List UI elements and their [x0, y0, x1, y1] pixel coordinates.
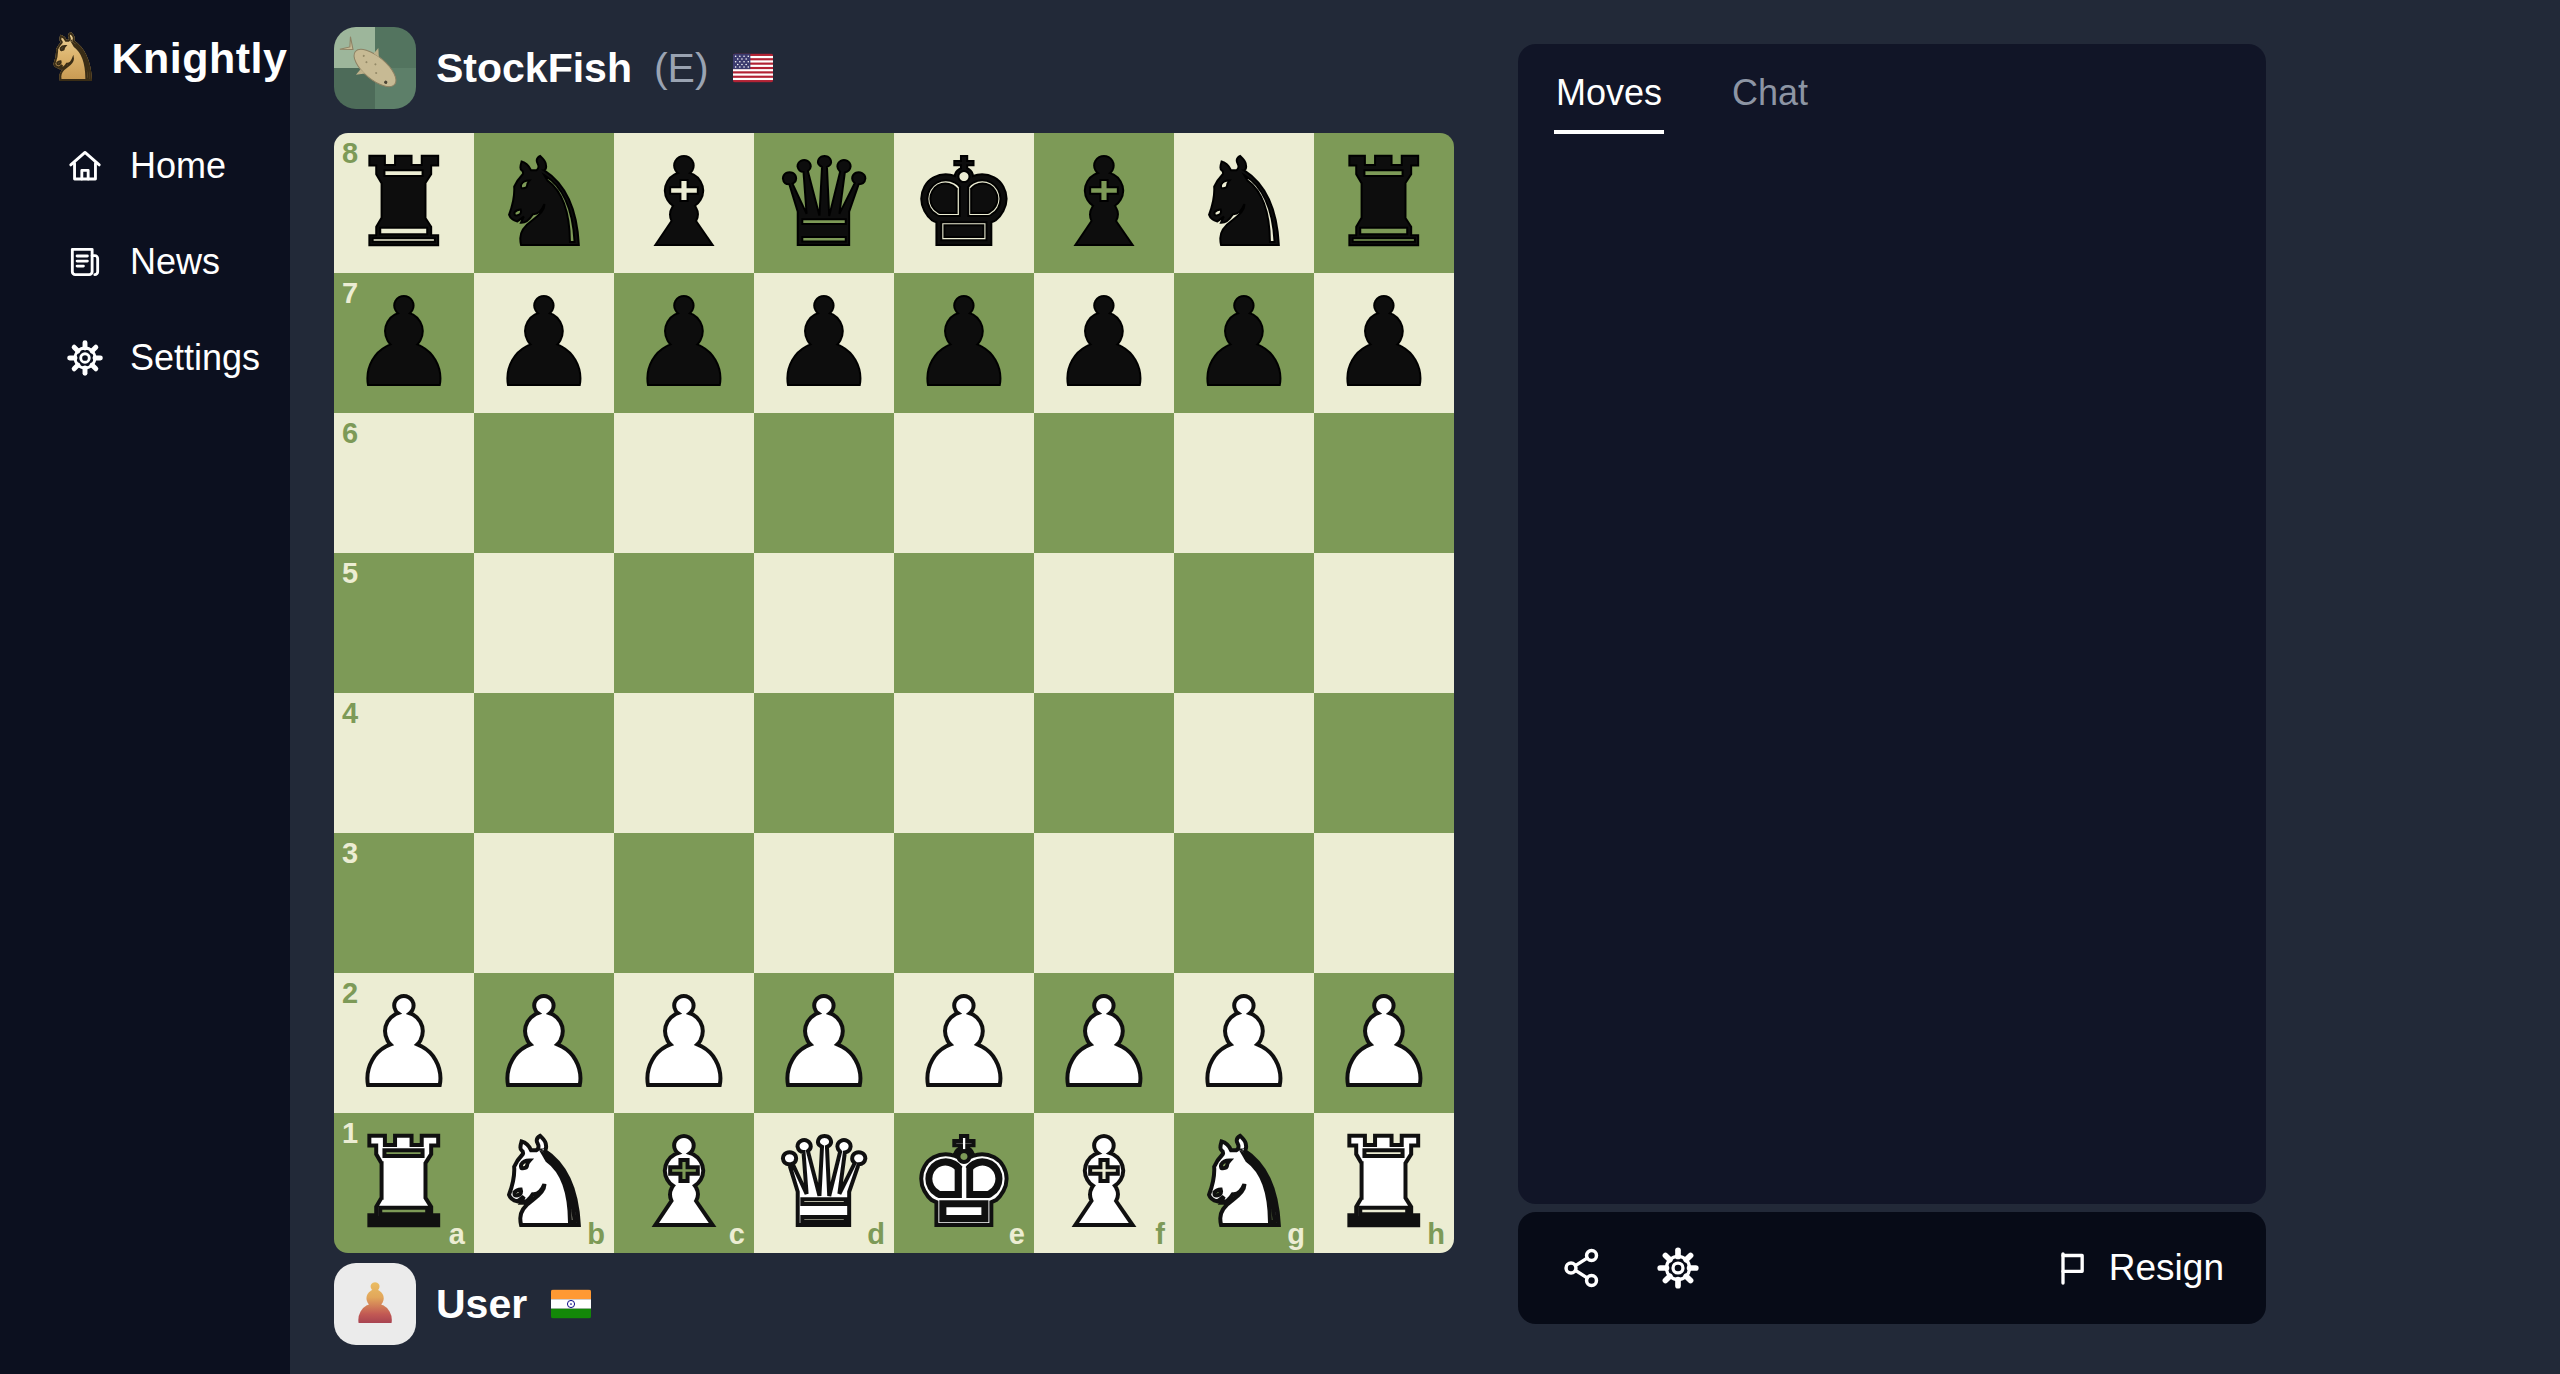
knight-icon: ♞︎ — [44, 26, 101, 90]
square-c5[interactable] — [614, 553, 754, 693]
india-flag-icon — [551, 1289, 591, 1319]
chess-board[interactable]: 8♜︎♞︎♝︎♛︎♚︎♝︎♞︎♜︎7♟︎♟︎♟︎♟︎♟︎♟︎♟︎♟︎65432♟… — [334, 133, 1454, 1253]
square-d8[interactable]: ♛︎ — [754, 133, 894, 273]
square-f8[interactable]: ♝︎ — [1034, 133, 1174, 273]
file-label: a — [449, 1218, 465, 1251]
black-pawn[interactable]: ♟︎ — [769, 273, 878, 413]
sidebar-item-news[interactable]: News — [0, 226, 290, 298]
sidebar-item-label: Home — [130, 145, 226, 187]
tab-chat[interactable]: Chat — [1730, 72, 1810, 134]
square-d4[interactable] — [754, 693, 894, 833]
square-e2[interactable]: ♟︎ — [894, 973, 1034, 1113]
sidebar-item-settings[interactable]: Settings — [0, 322, 290, 394]
black-pawn[interactable]: ♟︎ — [1329, 273, 1438, 413]
white-pawn[interactable]: ♟︎ — [349, 973, 458, 1113]
square-c1[interactable]: c♝︎ — [614, 1113, 754, 1253]
square-h2[interactable]: ♟︎ — [1314, 973, 1454, 1113]
sidebar-item-label: Settings — [130, 337, 260, 379]
square-a5[interactable]: 5 — [334, 553, 474, 693]
user-name: User — [436, 1281, 527, 1328]
square-h7[interactable]: ♟︎ — [1314, 273, 1454, 413]
rank-label: 4 — [342, 697, 358, 730]
square-b6[interactable] — [474, 413, 614, 553]
square-g2[interactable]: ♟︎ — [1174, 973, 1314, 1113]
square-b8[interactable]: ♞︎ — [474, 133, 614, 273]
flag-icon — [2053, 1248, 2093, 1288]
white-pawn[interactable]: ♟︎ — [1049, 973, 1158, 1113]
square-h4[interactable] — [1314, 693, 1454, 833]
app-logo: ♞︎ Knightly — [0, 0, 290, 90]
square-c2[interactable]: ♟︎ — [614, 973, 754, 1113]
white-bishop[interactable]: ♝︎ — [1049, 1113, 1158, 1253]
rank-label: 3 — [342, 837, 358, 870]
white-king[interactable]: ♚︎ — [909, 1113, 1018, 1253]
square-a2[interactable]: 2♟︎ — [334, 973, 474, 1113]
opponent-engine-tag: (E) — [654, 45, 709, 92]
white-pawn[interactable]: ♟︎ — [1329, 973, 1438, 1113]
square-d5[interactable] — [754, 553, 894, 693]
square-h3[interactable] — [1314, 833, 1454, 973]
square-e8[interactable]: ♚︎ — [894, 133, 1034, 273]
opponent-name: StockFish — [436, 45, 632, 92]
square-f5[interactable] — [1034, 553, 1174, 693]
gear-icon — [1656, 1246, 1700, 1290]
black-bishop[interactable]: ♝︎ — [1049, 133, 1158, 273]
news-icon — [66, 243, 104, 281]
rank-label: 1 — [342, 1117, 358, 1150]
tab-moves[interactable]: Moves — [1554, 72, 1664, 134]
square-a3[interactable]: 3 — [334, 833, 474, 973]
square-f2[interactable]: ♟︎ — [1034, 973, 1174, 1113]
file-label: f — [1155, 1218, 1165, 1251]
black-pawn[interactable]: ♟︎ — [1189, 273, 1298, 413]
opponent-avatar — [334, 27, 416, 109]
white-pawn[interactable]: ♟︎ — [1189, 973, 1298, 1113]
black-queen[interactable]: ♛︎ — [769, 133, 878, 273]
square-e3[interactable] — [894, 833, 1034, 973]
square-a8[interactable]: 8♜︎ — [334, 133, 474, 273]
rank-label: 2 — [342, 977, 358, 1010]
rank-label: 6 — [342, 417, 358, 450]
square-f7[interactable]: ♟︎ — [1034, 273, 1174, 413]
square-b4[interactable] — [474, 693, 614, 833]
square-a6[interactable]: 6 — [334, 413, 474, 553]
square-b2[interactable]: ♟︎ — [474, 973, 614, 1113]
resign-label: Resign — [2109, 1247, 2224, 1289]
square-c6[interactable] — [614, 413, 754, 553]
app-title: Knightly — [111, 34, 287, 83]
square-h6[interactable] — [1314, 413, 1454, 553]
rank-label: 5 — [342, 557, 358, 590]
square-a7[interactable]: 7♟︎ — [334, 273, 474, 413]
pawn-avatar: ♟︎ — [350, 1276, 400, 1332]
square-f6[interactable] — [1034, 413, 1174, 553]
file-label: h — [1427, 1218, 1445, 1251]
black-rook[interactable]: ♜︎ — [349, 133, 458, 273]
square-d3[interactable] — [754, 833, 894, 973]
square-g5[interactable] — [1174, 553, 1314, 693]
square-e6[interactable] — [894, 413, 1034, 553]
home-icon — [66, 147, 104, 185]
sidebar-nav: Home News Settings — [0, 130, 290, 394]
square-g7[interactable]: ♟︎ — [1174, 273, 1314, 413]
square-a4[interactable]: 4 — [334, 693, 474, 833]
sidebar-item-label: News — [130, 241, 220, 283]
white-knight[interactable]: ♞︎ — [489, 1113, 598, 1253]
square-c7[interactable]: ♟︎ — [614, 273, 754, 413]
black-king[interactable]: ♚︎ — [909, 133, 1018, 273]
black-knight[interactable]: ♞︎ — [1189, 133, 1298, 273]
white-pawn[interactable]: ♟︎ — [489, 973, 598, 1113]
square-e7[interactable]: ♟︎ — [894, 273, 1034, 413]
white-queen[interactable]: ♛︎ — [769, 1113, 878, 1253]
black-pawn[interactable]: ♟︎ — [349, 273, 458, 413]
square-c3[interactable] — [614, 833, 754, 973]
black-pawn[interactable]: ♟︎ — [1049, 273, 1158, 413]
square-a1[interactable]: 1a♜︎ — [334, 1113, 474, 1253]
fish-avatar — [334, 27, 416, 109]
black-knight[interactable]: ♞︎ — [489, 133, 598, 273]
square-g1[interactable]: g♞︎ — [1174, 1113, 1314, 1253]
square-b7[interactable]: ♟︎ — [474, 273, 614, 413]
file-label: c — [729, 1218, 745, 1251]
black-bishop[interactable]: ♝︎ — [629, 133, 738, 273]
white-pawn[interactable]: ♟︎ — [769, 973, 878, 1113]
side-panel: Moves Chat — [1518, 44, 2266, 1204]
square-e4[interactable] — [894, 693, 1034, 833]
file-label: d — [867, 1218, 885, 1251]
square-g4[interactable] — [1174, 693, 1314, 833]
square-f3[interactable] — [1034, 833, 1174, 973]
square-c8[interactable]: ♝︎ — [614, 133, 754, 273]
rank-label: 8 — [342, 137, 358, 170]
square-b3[interactable] — [474, 833, 614, 973]
rank-label: 7 — [342, 277, 358, 310]
white-pawn[interactable]: ♟︎ — [909, 973, 1018, 1113]
share-icon — [1560, 1246, 1604, 1290]
square-d7[interactable]: ♟︎ — [754, 273, 894, 413]
us-flag-icon — [733, 53, 773, 83]
file-label: e — [1009, 1218, 1025, 1251]
square-d2[interactable]: ♟︎ — [754, 973, 894, 1113]
square-h8[interactable]: ♜︎ — [1314, 133, 1454, 273]
gear-icon — [66, 339, 104, 377]
square-h1[interactable]: h♜︎ — [1314, 1113, 1454, 1253]
sidebar: ♞︎ Knightly Home News — [0, 0, 290, 1374]
panel-tabs: Moves Chat — [1554, 72, 2230, 134]
square-b5[interactable] — [474, 553, 614, 693]
white-rook[interactable]: ♜︎ — [349, 1113, 458, 1253]
black-pawn[interactable]: ♟︎ — [489, 273, 598, 413]
black-pawn[interactable]: ♟︎ — [909, 273, 1018, 413]
file-label: g — [1287, 1218, 1305, 1251]
sidebar-item-home[interactable]: Home — [0, 130, 290, 202]
resign-button[interactable]: Resign — [2053, 1247, 2224, 1289]
black-rook[interactable]: ♜︎ — [1329, 133, 1438, 273]
white-rook[interactable]: ♜︎ — [1329, 1113, 1438, 1253]
user-avatar: ♟︎ — [334, 1263, 416, 1345]
square-h5[interactable] — [1314, 553, 1454, 693]
square-g8[interactable]: ♞︎ — [1174, 133, 1314, 273]
square-g3[interactable] — [1174, 833, 1314, 973]
opponent-info: StockFish (E) — [334, 24, 773, 112]
square-e5[interactable] — [894, 553, 1034, 693]
square-d6[interactable] — [754, 413, 894, 553]
white-pawn[interactable]: ♟︎ — [629, 973, 738, 1113]
moves-list — [1554, 134, 2230, 1114]
game-controls-bar: Resign — [1518, 1212, 2266, 1324]
user-info: ♟︎ User — [334, 1260, 591, 1348]
square-e1[interactable]: e♚︎ — [894, 1113, 1034, 1253]
file-label: b — [587, 1218, 605, 1251]
square-d1[interactable]: d♛︎ — [754, 1113, 894, 1253]
white-knight[interactable]: ♞︎ — [1189, 1113, 1298, 1253]
black-pawn[interactable]: ♟︎ — [629, 273, 738, 413]
board-settings-button[interactable] — [1656, 1246, 1700, 1290]
square-f4[interactable] — [1034, 693, 1174, 833]
square-f1[interactable]: f♝︎ — [1034, 1113, 1174, 1253]
square-c4[interactable] — [614, 693, 754, 833]
square-b1[interactable]: b♞︎ — [474, 1113, 614, 1253]
square-g6[interactable] — [1174, 413, 1314, 553]
white-bishop[interactable]: ♝︎ — [629, 1113, 738, 1253]
share-button[interactable] — [1560, 1246, 1604, 1290]
